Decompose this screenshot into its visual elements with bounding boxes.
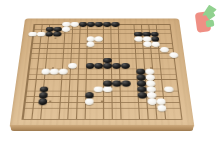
stone-white [95,37,103,42]
stones-layer [17,22,188,123]
stone-white [70,22,78,27]
stone-black [95,22,103,27]
page: { "game": "go", "scene": "angled product… [0,0,220,157]
stone-white [50,69,59,75]
stone-black [137,80,146,86]
stone-white [134,37,143,42]
stone-white [28,32,37,37]
stone-white [146,80,156,86]
stone-white [59,69,68,75]
stone-black [103,80,112,86]
stone-black [86,63,95,69]
stone-black [137,92,147,98]
stone-white [86,42,95,47]
stone-black [136,74,145,80]
stone-black [45,32,54,37]
stone-white [145,74,154,80]
stone-black [103,63,112,69]
stone-black [121,80,130,86]
stone-white [169,52,178,57]
stone-white [151,42,160,47]
stone-black [38,99,48,105]
stone-black [79,22,87,27]
board-front-edge [10,125,194,131]
stone-white [160,47,169,52]
stone-white [164,86,174,92]
stone-black [111,22,119,27]
stone-black [112,80,121,86]
stone-white [94,86,103,92]
stone-white [62,27,71,32]
stone-white [143,42,152,47]
stone-black [103,22,111,27]
stone-white [68,63,77,69]
stone-white [36,32,45,37]
stone-black [53,32,62,37]
stone-white [41,69,50,75]
stone-white [157,105,167,111]
stone-white [103,86,112,92]
go-board [9,19,194,128]
stone-black [87,22,95,27]
stone-black [121,63,130,69]
watermark-green-accent [205,19,214,27]
stone-black [112,63,121,69]
watermark-logo [194,4,218,36]
stone-white [147,99,157,105]
stone-white [85,99,94,105]
stone-black [94,63,103,69]
